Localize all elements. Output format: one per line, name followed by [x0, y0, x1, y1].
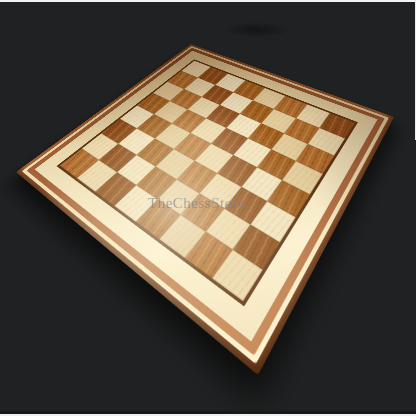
chess-board — [16, 44, 394, 375]
product-photo: TheChessStore — [0, 0, 416, 416]
photo-edge-top — [0, 0, 416, 2]
background-smudge — [222, 22, 292, 38]
